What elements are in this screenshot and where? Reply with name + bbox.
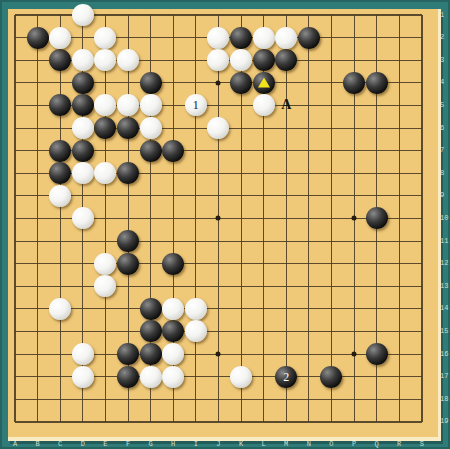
stone-black-K4[interactable] xyxy=(230,72,252,94)
coord-label-row-1: 1 xyxy=(440,12,450,19)
stone-black-D7[interactable] xyxy=(72,140,94,162)
stone-black-L4[interactable] xyxy=(253,72,275,94)
grid-line-horizontal xyxy=(15,421,422,423)
coord-label-row-11: 11 xyxy=(440,238,450,245)
stone-white-C14[interactable] xyxy=(49,298,71,320)
stone-black-E6[interactable] xyxy=(94,117,116,139)
coord-label-row-6: 6 xyxy=(440,125,450,132)
stone-black-H15[interactable] xyxy=(162,320,184,342)
star-point-P10 xyxy=(352,216,357,221)
coord-label-row-4: 4 xyxy=(440,79,450,86)
coord-label-row-2: 2 xyxy=(440,34,450,41)
coord-label-col-I: I xyxy=(184,441,207,448)
stone-white-C9[interactable] xyxy=(49,185,71,207)
star-point-J10 xyxy=(216,216,221,221)
point-label-A: A xyxy=(281,98,291,112)
star-point-J16 xyxy=(216,352,221,357)
coord-label-row-18: 18 xyxy=(440,396,450,403)
stone-white-H14[interactable] xyxy=(162,298,184,320)
grid-line-vertical xyxy=(399,15,400,422)
stone-black-C5[interactable] xyxy=(49,94,71,116)
stone-black-P4[interactable] xyxy=(343,72,365,94)
coord-label-col-K: K xyxy=(230,441,253,448)
grid-line-vertical xyxy=(286,15,287,422)
stone-black-C3[interactable] xyxy=(49,49,71,71)
stone-white-K3[interactable] xyxy=(230,49,252,71)
stone-black-M3[interactable] xyxy=(275,49,297,71)
stone-black-H7[interactable] xyxy=(162,140,184,162)
coord-label-row-12: 12 xyxy=(440,260,450,267)
stone-black-F16[interactable] xyxy=(117,343,139,365)
coord-label-row-10: 10 xyxy=(440,215,450,222)
coord-label-row-3: 3 xyxy=(440,57,450,64)
coord-label-col-N: N xyxy=(297,441,320,448)
stone-white-D1[interactable] xyxy=(72,4,94,26)
stone-white-L5[interactable] xyxy=(253,94,275,116)
grid-line-vertical xyxy=(331,15,332,422)
stone-black-L3[interactable] xyxy=(253,49,275,71)
stone-black-C7[interactable] xyxy=(49,140,71,162)
grid-line-horizontal xyxy=(15,263,422,264)
grid-line-horizontal xyxy=(15,286,422,287)
go-app-window: 21A ABCDEFGHIJKLMNOPQRS12345678910111213… xyxy=(0,0,450,449)
stone-white-H17[interactable] xyxy=(162,366,184,388)
stone-black-G14[interactable] xyxy=(140,298,162,320)
stone-black-F6[interactable] xyxy=(117,117,139,139)
stone-white-D6[interactable] xyxy=(72,117,94,139)
coord-label-row-7: 7 xyxy=(440,147,450,154)
coord-label-col-E: E xyxy=(94,441,117,448)
coord-label-row-8: 8 xyxy=(440,170,450,177)
stone-black-H12[interactable] xyxy=(162,253,184,275)
coord-label-col-F: F xyxy=(117,441,140,448)
star-point-P16 xyxy=(352,352,357,357)
stone-white-L2[interactable] xyxy=(253,27,275,49)
stone-black-G4[interactable] xyxy=(140,72,162,94)
stone-black-G15[interactable] xyxy=(140,320,162,342)
stone-white-K17[interactable] xyxy=(230,366,252,388)
stone-white-J3[interactable] xyxy=(207,49,229,71)
stone-white-J6[interactable] xyxy=(207,117,229,139)
stone-black-Q16[interactable] xyxy=(366,343,388,365)
stone-black-Q4[interactable] xyxy=(366,72,388,94)
stone-black-O17[interactable] xyxy=(320,366,342,388)
stone-white-D3[interactable] xyxy=(72,49,94,71)
stone-white-E12[interactable] xyxy=(94,253,116,275)
grid-line-horizontal xyxy=(15,399,422,400)
stone-black-G16[interactable] xyxy=(140,343,162,365)
stone-black-D5[interactable] xyxy=(72,94,94,116)
move-number-label: 1 xyxy=(193,99,199,111)
stone-white-E2[interactable] xyxy=(94,27,116,49)
coord-label-col-O: O xyxy=(320,441,343,448)
coord-label-col-R: R xyxy=(388,441,411,448)
stone-black-F8[interactable] xyxy=(117,162,139,184)
coord-label-row-13: 13 xyxy=(440,283,450,290)
stone-white-G17[interactable] xyxy=(140,366,162,388)
stone-black-F11[interactable] xyxy=(117,230,139,252)
grid-line-horizontal xyxy=(15,331,422,332)
coord-label-col-S: S xyxy=(410,441,433,448)
coord-label-col-P: P xyxy=(343,441,366,448)
grid-line-horizontal xyxy=(15,308,422,309)
coord-label-col-L: L xyxy=(252,441,275,448)
coord-label-col-Q: Q xyxy=(365,441,388,448)
stone-white-D17[interactable] xyxy=(72,366,94,388)
stone-white-D8[interactable] xyxy=(72,162,94,184)
stone-white-D10[interactable] xyxy=(72,207,94,229)
stone-black-F17[interactable] xyxy=(117,366,139,388)
stone-white-D16[interactable] xyxy=(72,343,94,365)
go-board[interactable]: 21A xyxy=(8,9,441,441)
coord-label-row-17: 17 xyxy=(440,373,450,380)
star-point-J4 xyxy=(216,80,221,85)
stone-white-I5[interactable]: 1 xyxy=(185,94,207,116)
coord-label-row-9: 9 xyxy=(440,192,450,199)
stone-black-F12[interactable] xyxy=(117,253,139,275)
move-number-label: 2 xyxy=(283,371,289,383)
coord-label-col-B: B xyxy=(26,441,49,448)
stone-white-E5[interactable] xyxy=(94,94,116,116)
stone-white-G5[interactable] xyxy=(140,94,162,116)
coord-label-col-C: C xyxy=(49,441,72,448)
coord-label-row-15: 15 xyxy=(440,328,450,335)
stone-white-G6[interactable] xyxy=(140,117,162,139)
grid-line-horizontal xyxy=(15,241,422,242)
stone-black-M17[interactable]: 2 xyxy=(275,366,297,388)
stone-white-E13[interactable] xyxy=(94,275,116,297)
stone-white-I15[interactable] xyxy=(185,320,207,342)
stone-white-J2[interactable] xyxy=(207,27,229,49)
triangle-mark xyxy=(258,77,270,87)
coord-label-row-14: 14 xyxy=(440,305,450,312)
grid-line-vertical xyxy=(421,15,423,422)
stone-white-F3[interactable] xyxy=(117,49,139,71)
stone-black-N2[interactable] xyxy=(298,27,320,49)
stone-white-E3[interactable] xyxy=(94,49,116,71)
coord-label-col-H: H xyxy=(162,441,185,448)
stone-white-H16[interactable] xyxy=(162,343,184,365)
stone-black-C8[interactable] xyxy=(49,162,71,184)
stone-black-G7[interactable] xyxy=(140,140,162,162)
coord-label-col-A: A xyxy=(4,441,27,448)
stone-black-Q10[interactable] xyxy=(366,207,388,229)
coord-label-row-5: 5 xyxy=(440,102,450,109)
stone-white-C2[interactable] xyxy=(49,27,71,49)
coord-label-col-G: G xyxy=(139,441,162,448)
stone-white-E8[interactable] xyxy=(94,162,116,184)
stone-black-B2[interactable] xyxy=(27,27,49,49)
stone-black-K2[interactable] xyxy=(230,27,252,49)
coord-label-row-16: 16 xyxy=(440,351,450,358)
stone-white-M2[interactable] xyxy=(275,27,297,49)
coord-label-col-D: D xyxy=(71,441,94,448)
coord-label-col-M: M xyxy=(275,441,298,448)
stone-white-I14[interactable] xyxy=(185,298,207,320)
coord-label-col-J: J xyxy=(207,441,230,448)
stone-black-D4[interactable] xyxy=(72,72,94,94)
grid-line-vertical xyxy=(308,15,309,422)
stone-white-F5[interactable] xyxy=(117,94,139,116)
coord-label-row-19: 19 xyxy=(440,418,450,425)
